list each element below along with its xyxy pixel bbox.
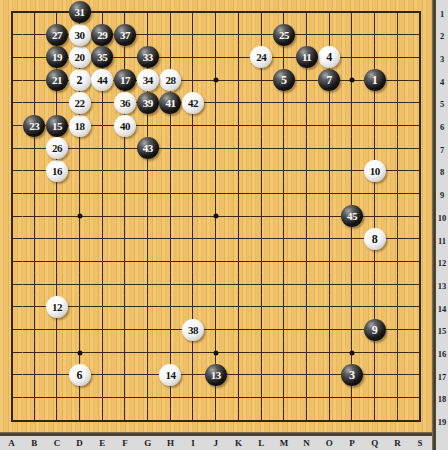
intersection-K13 — [227, 273, 250, 296]
intersection-P11 — [340, 228, 363, 251]
intersection-M7 — [272, 137, 295, 160]
move-number: 2 — [77, 69, 83, 91]
intersection-Q7 — [363, 137, 386, 160]
move-number: 18 — [75, 115, 85, 137]
intersection-H12 — [159, 250, 182, 273]
intersection-M17 — [272, 364, 295, 387]
intersection-E7 — [91, 137, 114, 160]
intersection-B1 — [23, 1, 46, 24]
col-label-O: O — [321, 436, 337, 450]
move-number: 19 — [52, 46, 62, 68]
row-label-18: 18 — [436, 394, 448, 404]
stone-white-18: 18 — [69, 115, 91, 137]
intersection-N15 — [295, 318, 318, 341]
stone-white-40: 40 — [114, 115, 136, 137]
intersection-B14 — [23, 296, 46, 319]
intersection-R7 — [386, 137, 409, 160]
intersection-A10 — [0, 205, 23, 228]
intersection-A2 — [0, 23, 23, 46]
intersection-B17 — [23, 364, 46, 387]
stone-black-21: 21 — [46, 69, 68, 91]
intersection-B9 — [23, 182, 46, 205]
stone-black-5: 5 — [273, 69, 295, 91]
intersection-K17 — [227, 364, 250, 387]
move-number: 38 — [188, 319, 198, 341]
stone-white-4: 4 — [318, 46, 340, 68]
intersection-N19 — [295, 409, 318, 432]
intersection-J12 — [204, 250, 227, 273]
intersection-I9 — [182, 182, 205, 205]
intersection-N7 — [295, 137, 318, 160]
intersection-M16 — [272, 341, 295, 364]
col-label-N: N — [299, 436, 315, 450]
intersection-B12 — [23, 250, 46, 273]
move-number: 22 — [75, 92, 85, 114]
stone-black-35: 35 — [91, 46, 113, 68]
intersection-E15 — [91, 318, 114, 341]
move-number: 9 — [372, 319, 378, 341]
move-number: 26 — [52, 137, 62, 159]
move-number: 29 — [97, 24, 107, 46]
intersection-M8 — [272, 159, 295, 182]
intersection-F1 — [114, 1, 137, 24]
move-number: 16 — [52, 160, 62, 182]
intersection-K4 — [227, 69, 250, 92]
intersection-H14 — [159, 296, 182, 319]
col-label-M: M — [276, 436, 292, 450]
intersection-F17 — [114, 364, 137, 387]
stone-black-1: 1 — [364, 69, 386, 91]
stone-white-2: 2 — [69, 69, 91, 91]
intersection-L11 — [250, 228, 273, 251]
intersection-S12 — [409, 250, 432, 273]
intersection-F13 — [114, 273, 137, 296]
stone-white-42: 42 — [182, 92, 204, 114]
stone-white-14: 14 — [159, 364, 181, 386]
goban: 1234567891011121314151617181920212223242… — [0, 0, 432, 432]
intersection-H11 — [159, 228, 182, 251]
move-number: 4 — [326, 46, 332, 68]
intersection-Q5 — [363, 91, 386, 114]
intersection-O2 — [318, 23, 341, 46]
intersection-F18 — [114, 386, 137, 409]
intersection-O1 — [318, 1, 341, 24]
intersection-S17 — [409, 364, 432, 387]
intersection-P19 — [340, 409, 363, 432]
intersection-O15 — [318, 318, 341, 341]
intersection-L18 — [250, 386, 273, 409]
stone-black-33: 33 — [137, 46, 159, 68]
intersection-O5 — [318, 91, 341, 114]
intersection-O14 — [318, 296, 341, 319]
intersection-A13 — [0, 273, 23, 296]
intersection-A17 — [0, 364, 23, 387]
intersection-K2 — [227, 23, 250, 46]
intersection-B3 — [23, 46, 46, 69]
intersection-N13 — [295, 273, 318, 296]
intersection-F3 — [114, 46, 137, 69]
intersection-N17 — [295, 364, 318, 387]
stone-black-25: 25 — [273, 24, 295, 46]
intersection-L9 — [250, 182, 273, 205]
intersection-A19 — [0, 409, 23, 432]
intersection-O7 — [318, 137, 341, 160]
intersection-A18 — [0, 386, 23, 409]
stone-black-23: 23 — [23, 115, 45, 137]
intersection-F12 — [114, 250, 137, 273]
col-label-H: H — [162, 436, 178, 450]
stone-white-28: 28 — [159, 69, 181, 91]
intersection-K18 — [227, 386, 250, 409]
intersection-S8 — [409, 159, 432, 182]
intersection-B18 — [23, 386, 46, 409]
move-number: 17 — [120, 69, 130, 91]
col-label-R: R — [389, 436, 405, 450]
intersection-B15 — [23, 318, 46, 341]
intersection-P12 — [340, 250, 363, 273]
intersection-L19 — [250, 409, 273, 432]
intersection-O12 — [318, 250, 341, 273]
move-number: 14 — [165, 364, 175, 386]
stone-black-19: 19 — [46, 46, 68, 68]
move-number: 43 — [143, 137, 153, 159]
move-number: 20 — [75, 46, 85, 68]
star-point-P4 — [350, 78, 355, 83]
intersection-Q16 — [363, 341, 386, 364]
intersection-N4 — [295, 69, 318, 92]
intersection-C10 — [46, 205, 69, 228]
intersection-D15 — [68, 318, 91, 341]
star-point-J16 — [213, 350, 218, 355]
intersection-F14 — [114, 296, 137, 319]
stone-white-24: 24 — [250, 46, 272, 68]
intersection-N10 — [295, 205, 318, 228]
row-label-16: 16 — [436, 349, 448, 359]
move-number: 44 — [97, 69, 107, 91]
intersection-K9 — [227, 182, 250, 205]
go-diagram: 1234567891011121314151617181920212223242… — [0, 0, 448, 450]
intersection-I7 — [182, 137, 205, 160]
star-point-D16 — [77, 350, 82, 355]
intersection-J11 — [204, 228, 227, 251]
intersection-P14 — [340, 296, 363, 319]
intersection-S10 — [409, 205, 432, 228]
row-label-1: 1 — [436, 9, 448, 19]
col-label-I: I — [185, 436, 201, 450]
move-number: 40 — [120, 115, 130, 137]
intersection-G10 — [136, 205, 159, 228]
intersection-I10 — [182, 205, 205, 228]
intersection-C5 — [46, 91, 69, 114]
intersection-H8 — [159, 159, 182, 182]
intersection-S14 — [409, 296, 432, 319]
intersection-L8 — [250, 159, 273, 182]
intersection-E16 — [91, 341, 114, 364]
intersection-L13 — [250, 273, 273, 296]
intersection-P18 — [340, 386, 363, 409]
intersection-B13 — [23, 273, 46, 296]
intersection-P8 — [340, 159, 363, 182]
intersection-I13 — [182, 273, 205, 296]
move-number: 42 — [188, 92, 198, 114]
intersection-E1 — [91, 1, 114, 24]
intersection-N12 — [295, 250, 318, 273]
intersection-K1 — [227, 1, 250, 24]
intersection-E18 — [91, 386, 114, 409]
intersection-A4 — [0, 69, 23, 92]
col-label-F: F — [117, 436, 133, 450]
intersection-G6 — [136, 114, 159, 137]
intersection-M1 — [272, 1, 295, 24]
intersection-J5 — [204, 91, 227, 114]
intersection-D18 — [68, 386, 91, 409]
intersection-G11 — [136, 228, 159, 251]
move-number: 33 — [143, 46, 153, 68]
intersection-F11 — [114, 228, 137, 251]
move-number: 12 — [52, 296, 62, 318]
intersection-D19 — [68, 409, 91, 432]
stone-white-36: 36 — [114, 92, 136, 114]
col-label-Q: Q — [367, 436, 383, 450]
intersection-S9 — [409, 182, 432, 205]
intersection-S2 — [409, 23, 432, 46]
intersection-I17 — [182, 364, 205, 387]
move-number: 45 — [347, 205, 357, 227]
intersection-C13 — [46, 273, 69, 296]
stone-black-29: 29 — [91, 24, 113, 46]
row-label-2: 2 — [436, 31, 448, 41]
move-number: 7 — [326, 69, 332, 91]
intersection-E10 — [91, 205, 114, 228]
col-label-L: L — [253, 436, 269, 450]
intersection-N1 — [295, 1, 318, 24]
stone-black-3: 3 — [341, 364, 363, 386]
move-number: 30 — [75, 24, 85, 46]
intersection-H2 — [159, 23, 182, 46]
intersection-R10 — [386, 205, 409, 228]
stone-white-30: 30 — [69, 24, 91, 46]
intersection-K7 — [227, 137, 250, 160]
move-number: 37 — [120, 24, 130, 46]
intersection-R12 — [386, 250, 409, 273]
intersection-C12 — [46, 250, 69, 273]
move-number: 24 — [256, 46, 266, 68]
intersection-L5 — [250, 91, 273, 114]
intersection-H13 — [159, 273, 182, 296]
stone-white-26: 26 — [46, 137, 68, 159]
intersection-M13 — [272, 273, 295, 296]
intersection-C18 — [46, 386, 69, 409]
star-point-J10 — [213, 214, 218, 219]
intersection-K6 — [227, 114, 250, 137]
intersection-F16 — [114, 341, 137, 364]
stone-white-34: 34 — [137, 69, 159, 91]
row-label-17: 17 — [436, 372, 448, 382]
col-label-S: S — [412, 436, 428, 450]
intersection-K15 — [227, 318, 250, 341]
intersection-M3 — [272, 46, 295, 69]
move-number: 41 — [165, 92, 175, 114]
intersection-G13 — [136, 273, 159, 296]
intersection-L10 — [250, 205, 273, 228]
intersection-R9 — [386, 182, 409, 205]
intersection-R15 — [386, 318, 409, 341]
intersection-K10 — [227, 205, 250, 228]
row-label-15: 15 — [436, 326, 448, 336]
stone-white-8: 8 — [364, 228, 386, 250]
intersection-S13 — [409, 273, 432, 296]
intersection-O9 — [318, 182, 341, 205]
stone-black-31: 31 — [69, 1, 91, 23]
move-number: 13 — [211, 364, 221, 386]
intersection-N9 — [295, 182, 318, 205]
intersection-L2 — [250, 23, 273, 46]
intersection-E6 — [91, 114, 114, 137]
star-point-J4 — [213, 78, 218, 83]
intersection-B7 — [23, 137, 46, 160]
intersection-R17 — [386, 364, 409, 387]
intersection-K8 — [227, 159, 250, 182]
intersection-R3 — [386, 46, 409, 69]
move-number: 23 — [29, 115, 39, 137]
intersection-P6 — [340, 114, 363, 137]
intersection-L15 — [250, 318, 273, 341]
intersection-G8 — [136, 159, 159, 182]
intersection-M5 — [272, 91, 295, 114]
intersection-G2 — [136, 23, 159, 46]
intersection-G18 — [136, 386, 159, 409]
intersection-Q3 — [363, 46, 386, 69]
row-label-3: 3 — [436, 54, 448, 64]
intersection-I6 — [182, 114, 205, 137]
intersection-K16 — [227, 341, 250, 364]
intersection-I11 — [182, 228, 205, 251]
intersection-I16 — [182, 341, 205, 364]
intersection-K19 — [227, 409, 250, 432]
intersection-O17 — [318, 364, 341, 387]
intersection-A5 — [0, 91, 23, 114]
stone-black-17: 17 — [114, 69, 136, 91]
intersection-H9 — [159, 182, 182, 205]
intersection-M10 — [272, 205, 295, 228]
intersection-S1 — [409, 1, 432, 24]
col-label-E: E — [94, 436, 110, 450]
intersection-I19 — [182, 409, 205, 432]
intersection-C1 — [46, 1, 69, 24]
intersection-J1 — [204, 1, 227, 24]
star-point-P16 — [350, 350, 355, 355]
intersection-L16 — [250, 341, 273, 364]
intersection-F9 — [114, 182, 137, 205]
intersection-N5 — [295, 91, 318, 114]
intersection-M19 — [272, 409, 295, 432]
col-label-A: A — [4, 436, 20, 450]
intersection-A16 — [0, 341, 23, 364]
stone-black-9: 9 — [364, 319, 386, 341]
intersection-I12 — [182, 250, 205, 273]
intersection-Q13 — [363, 273, 386, 296]
move-number: 3 — [349, 364, 355, 386]
intersection-R19 — [386, 409, 409, 432]
intersection-H3 — [159, 46, 182, 69]
intersection-Q19 — [363, 409, 386, 432]
intersection-D9 — [68, 182, 91, 205]
row-label-12: 12 — [436, 258, 448, 268]
intersection-A1 — [0, 1, 23, 24]
move-number: 25 — [279, 24, 289, 46]
intersection-D8 — [68, 159, 91, 182]
intersection-R4 — [386, 69, 409, 92]
intersection-E17 — [91, 364, 114, 387]
intersection-R2 — [386, 23, 409, 46]
intersection-Q6 — [363, 114, 386, 137]
move-number: 39 — [143, 92, 153, 114]
stone-black-37: 37 — [114, 24, 136, 46]
stone-black-27: 27 — [46, 24, 68, 46]
intersection-L14 — [250, 296, 273, 319]
intersection-L12 — [250, 250, 273, 273]
move-number: 6 — [77, 364, 83, 386]
intersection-C11 — [46, 228, 69, 251]
move-number: 28 — [165, 69, 175, 91]
intersection-A12 — [0, 250, 23, 273]
intersection-Q12 — [363, 250, 386, 273]
intersection-E8 — [91, 159, 114, 182]
intersection-H10 — [159, 205, 182, 228]
intersection-L7 — [250, 137, 273, 160]
intersection-C19 — [46, 409, 69, 432]
intersection-G17 — [136, 364, 159, 387]
stone-white-6: 6 — [69, 364, 91, 386]
stone-black-41: 41 — [159, 92, 181, 114]
row-label-9: 9 — [436, 190, 448, 200]
intersection-G14 — [136, 296, 159, 319]
intersection-K11 — [227, 228, 250, 251]
intersection-S7 — [409, 137, 432, 160]
row-label-19: 19 — [436, 417, 448, 427]
intersection-D12 — [68, 250, 91, 273]
intersection-H7 — [159, 137, 182, 160]
move-number: 35 — [97, 46, 107, 68]
intersection-K3 — [227, 46, 250, 69]
intersection-F15 — [114, 318, 137, 341]
intersection-C16 — [46, 341, 69, 364]
intersection-S3 — [409, 46, 432, 69]
intersection-B19 — [23, 409, 46, 432]
col-label-D: D — [72, 436, 88, 450]
intersection-P1 — [340, 1, 363, 24]
intersection-S15 — [409, 318, 432, 341]
intersection-M11 — [272, 228, 295, 251]
intersection-A3 — [0, 46, 23, 69]
intersection-O10 — [318, 205, 341, 228]
intersection-O8 — [318, 159, 341, 182]
intersection-P7 — [340, 137, 363, 160]
row-label-14: 14 — [436, 304, 448, 314]
intersection-K12 — [227, 250, 250, 273]
intersection-Q2 — [363, 23, 386, 46]
intersection-P15 — [340, 318, 363, 341]
intersection-G9 — [136, 182, 159, 205]
intersection-S11 — [409, 228, 432, 251]
row-label-4: 4 — [436, 77, 448, 87]
intersection-I4 — [182, 69, 205, 92]
intersection-K14 — [227, 296, 250, 319]
stone-black-13: 13 — [205, 364, 227, 386]
intersection-O11 — [318, 228, 341, 251]
col-label-J: J — [208, 436, 224, 450]
move-number: 21 — [52, 69, 62, 91]
